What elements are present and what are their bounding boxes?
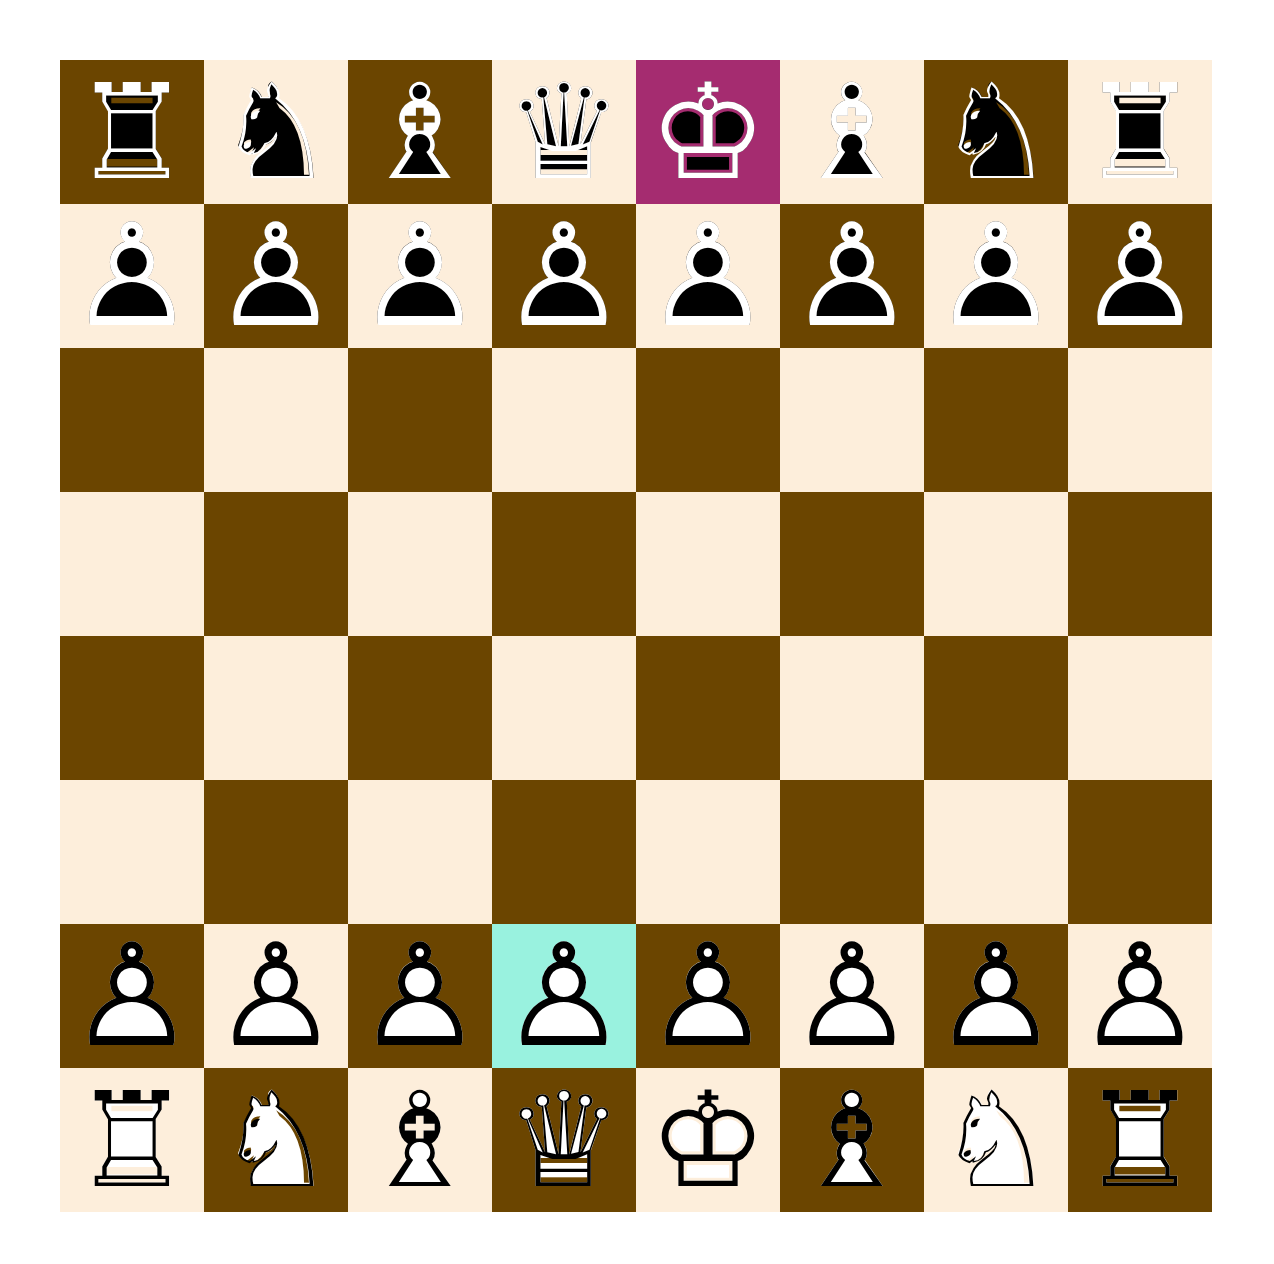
white-pawn-detail-glyph: ♙ <box>204 924 348 1068</box>
black-pawn-detail-glyph: ♙ <box>636 204 780 348</box>
square-b4[interactable] <box>204 636 348 780</box>
square-b7[interactable]: ♟♙ <box>204 204 348 348</box>
white-pawn-piece[interactable]: ♟♙ <box>204 924 348 1068</box>
black-pawn-piece[interactable]: ♟♙ <box>348 204 492 348</box>
square-a2[interactable]: ♟♙ <box>60 924 204 1068</box>
black-bishop-detail-glyph: ♗ <box>348 60 492 204</box>
black-pawn-piece[interactable]: ♟♙ <box>204 204 348 348</box>
square-e2[interactable]: ♟♙ <box>636 924 780 1068</box>
square-c8[interactable]: ♝♗ <box>348 60 492 204</box>
square-d3[interactable] <box>492 780 636 924</box>
square-h1[interactable]: ♜♖ <box>1068 1068 1212 1212</box>
black-pawn-detail-glyph: ♙ <box>348 204 492 348</box>
white-knight-detail-glyph: ♘ <box>204 1068 348 1212</box>
white-pawn-piece[interactable]: ♟♙ <box>60 924 204 1068</box>
white-pawn-fill-glyph: ♟ <box>60 924 204 1068</box>
white-bishop-detail-glyph: ♗ <box>780 1068 924 1212</box>
square-b6[interactable] <box>204 348 348 492</box>
square-a1[interactable]: ♜♖ <box>60 1068 204 1212</box>
white-pawn-detail-glyph: ♙ <box>1068 924 1212 1068</box>
white-pawn-fill-glyph: ♟ <box>636 924 780 1068</box>
black-king-piece[interactable]: ♚♔ <box>636 60 780 204</box>
white-knight-fill-glyph: ♞ <box>204 1068 348 1212</box>
white-bishop-piece[interactable]: ♝♗ <box>780 1068 924 1212</box>
white-pawn-detail-glyph: ♙ <box>492 924 636 1068</box>
square-f3[interactable] <box>780 780 924 924</box>
black-king-detail-glyph: ♔ <box>636 60 780 204</box>
black-knight-piece[interactable]: ♞♘ <box>924 60 1068 204</box>
white-pawn-detail-glyph: ♙ <box>780 924 924 1068</box>
square-d7[interactable]: ♟♙ <box>492 204 636 348</box>
square-b3[interactable] <box>204 780 348 924</box>
square-c2[interactable]: ♟♙ <box>348 924 492 1068</box>
white-pawn-detail-glyph: ♙ <box>924 924 1068 1068</box>
square-h6[interactable] <box>1068 348 1212 492</box>
white-rook-fill-glyph: ♜ <box>1068 1068 1212 1212</box>
black-pawn-piece[interactable]: ♟♙ <box>60 204 204 348</box>
black-pawn-detail-glyph: ♙ <box>924 204 1068 348</box>
square-a4[interactable] <box>60 636 204 780</box>
black-rook-detail-glyph: ♖ <box>60 60 204 204</box>
white-rook-fill-glyph: ♜ <box>60 1068 204 1212</box>
white-rook-detail-glyph: ♖ <box>60 1068 204 1212</box>
black-pawn-fill-glyph: ♟ <box>204 204 348 348</box>
chess-board-page: ♜♖♞♘♝♗♛♕♚♔♝♗♞♘♜♖♟♙♟♙♟♙♟♙♟♙♟♙♟♙♟♙♟♙♟♙♟♙♟♙… <box>0 0 1274 1264</box>
white-queen-detail-glyph: ♕ <box>492 1068 636 1212</box>
white-bishop-fill-glyph: ♝ <box>348 1068 492 1212</box>
black-knight-detail-glyph: ♘ <box>204 60 348 204</box>
square-g1[interactable]: ♞♘ <box>924 1068 1068 1212</box>
square-f2[interactable]: ♟♙ <box>780 924 924 1068</box>
black-pawn-fill-glyph: ♟ <box>1068 204 1212 348</box>
white-pawn-piece[interactable]: ♟♙ <box>924 924 1068 1068</box>
black-pawn-fill-glyph: ♟ <box>780 204 924 348</box>
square-e7[interactable]: ♟♙ <box>636 204 780 348</box>
square-c4[interactable] <box>348 636 492 780</box>
black-pawn-detail-glyph: ♙ <box>492 204 636 348</box>
square-h4[interactable] <box>1068 636 1212 780</box>
black-queen-piece[interactable]: ♛♕ <box>492 60 636 204</box>
white-rook-detail-glyph: ♖ <box>1068 1068 1212 1212</box>
black-king-fill-glyph: ♚ <box>636 60 780 204</box>
black-pawn-piece[interactable]: ♟♙ <box>780 204 924 348</box>
white-pawn-detail-glyph: ♙ <box>636 924 780 1068</box>
black-pawn-fill-glyph: ♟ <box>60 204 204 348</box>
black-pawn-piece[interactable]: ♟♙ <box>1068 204 1212 348</box>
black-pawn-piece[interactable]: ♟♙ <box>492 204 636 348</box>
white-queen-piece[interactable]: ♛♕ <box>492 1068 636 1212</box>
square-f7[interactable]: ♟♙ <box>780 204 924 348</box>
black-queen-detail-glyph: ♕ <box>492 60 636 204</box>
square-c1[interactable]: ♝♗ <box>348 1068 492 1212</box>
square-e3[interactable] <box>636 780 780 924</box>
black-pawn-piece[interactable]: ♟♙ <box>924 204 1068 348</box>
black-rook-fill-glyph: ♜ <box>1068 60 1212 204</box>
black-rook-detail-glyph: ♖ <box>1068 60 1212 204</box>
square-d8[interactable]: ♛♕ <box>492 60 636 204</box>
square-g2[interactable]: ♟♙ <box>924 924 1068 1068</box>
black-knight-fill-glyph: ♞ <box>204 60 348 204</box>
black-pawn-detail-glyph: ♙ <box>780 204 924 348</box>
white-king-fill-glyph: ♚ <box>636 1068 780 1212</box>
square-g7[interactable]: ♟♙ <box>924 204 1068 348</box>
square-f1[interactable]: ♝♗ <box>780 1068 924 1212</box>
square-b8[interactable]: ♞♘ <box>204 60 348 204</box>
black-rook-fill-glyph: ♜ <box>60 60 204 204</box>
square-c5[interactable] <box>348 492 492 636</box>
square-a7[interactable]: ♟♙ <box>60 204 204 348</box>
black-rook-piece[interactable]: ♜♖ <box>1068 60 1212 204</box>
square-h5[interactable] <box>1068 492 1212 636</box>
square-g6[interactable] <box>924 348 1068 492</box>
white-pawn-piece[interactable]: ♟♙ <box>636 924 780 1068</box>
square-b5[interactable] <box>204 492 348 636</box>
square-h8[interactable]: ♜♖ <box>1068 60 1212 204</box>
white-knight-piece[interactable]: ♞♘ <box>204 1068 348 1212</box>
black-pawn-fill-glyph: ♟ <box>492 204 636 348</box>
square-g8[interactable]: ♞♘ <box>924 60 1068 204</box>
white-pawn-fill-glyph: ♟ <box>492 924 636 1068</box>
square-f5[interactable] <box>780 492 924 636</box>
white-pawn-detail-glyph: ♙ <box>348 924 492 1068</box>
square-c6[interactable] <box>348 348 492 492</box>
white-pawn-detail-glyph: ♙ <box>60 924 204 1068</box>
square-c7[interactable]: ♟♙ <box>348 204 492 348</box>
square-e6[interactable] <box>636 348 780 492</box>
black-bishop-fill-glyph: ♝ <box>780 60 924 204</box>
black-pawn-detail-glyph: ♙ <box>60 204 204 348</box>
black-queen-fill-glyph: ♛ <box>492 60 636 204</box>
square-g4[interactable] <box>924 636 1068 780</box>
square-h3[interactable] <box>1068 780 1212 924</box>
black-pawn-fill-glyph: ♟ <box>636 204 780 348</box>
black-bishop-piece[interactable]: ♝♗ <box>348 60 492 204</box>
white-bishop-detail-glyph: ♗ <box>348 1068 492 1212</box>
square-b1[interactable]: ♞♘ <box>204 1068 348 1212</box>
white-pawn-fill-glyph: ♟ <box>204 924 348 1068</box>
square-f4[interactable] <box>780 636 924 780</box>
black-pawn-detail-glyph: ♙ <box>1068 204 1212 348</box>
white-king-piece[interactable]: ♚♔ <box>636 1068 780 1212</box>
square-e1[interactable]: ♚♔ <box>636 1068 780 1212</box>
square-g5[interactable] <box>924 492 1068 636</box>
square-a6[interactable] <box>60 348 204 492</box>
square-e5[interactable] <box>636 492 780 636</box>
square-a8[interactable]: ♜♖ <box>60 60 204 204</box>
white-pawn-fill-glyph: ♟ <box>1068 924 1212 1068</box>
square-d2-cyan-highlight[interactable]: ♟♙ <box>492 924 636 1068</box>
black-pawn-detail-glyph: ♙ <box>204 204 348 348</box>
black-bishop-detail-glyph: ♗ <box>780 60 924 204</box>
square-a3[interactable] <box>60 780 204 924</box>
white-knight-piece[interactable]: ♞♘ <box>924 1068 1068 1212</box>
square-b2[interactable]: ♟♙ <box>204 924 348 1068</box>
square-c3[interactable] <box>348 780 492 924</box>
white-pawn-fill-glyph: ♟ <box>348 924 492 1068</box>
white-rook-piece[interactable]: ♜♖ <box>60 1068 204 1212</box>
square-f6[interactable] <box>780 348 924 492</box>
square-f8[interactable]: ♝♗ <box>780 60 924 204</box>
black-bishop-piece[interactable]: ♝♗ <box>780 60 924 204</box>
white-pawn-piece[interactable]: ♟♙ <box>348 924 492 1068</box>
white-knight-fill-glyph: ♞ <box>924 1068 1068 1212</box>
white-pawn-piece[interactable]: ♟♙ <box>492 924 636 1068</box>
white-pawn-fill-glyph: ♟ <box>780 924 924 1068</box>
black-bishop-fill-glyph: ♝ <box>348 60 492 204</box>
white-rook-piece[interactable]: ♜♖ <box>1068 1068 1212 1212</box>
square-a5[interactable] <box>60 492 204 636</box>
square-d5[interactable] <box>492 492 636 636</box>
black-knight-detail-glyph: ♘ <box>924 60 1068 204</box>
white-pawn-piece[interactable]: ♟♙ <box>1068 924 1212 1068</box>
black-knight-fill-glyph: ♞ <box>924 60 1068 204</box>
square-d6[interactable] <box>492 348 636 492</box>
square-e4[interactable] <box>636 636 780 780</box>
black-knight-piece[interactable]: ♞♘ <box>204 60 348 204</box>
chess-board: ♜♖♞♘♝♗♛♕♚♔♝♗♞♘♜♖♟♙♟♙♟♙♟♙♟♙♟♙♟♙♟♙♟♙♟♙♟♙♟♙… <box>60 60 1212 1212</box>
white-queen-fill-glyph: ♛ <box>492 1068 636 1212</box>
black-pawn-piece[interactable]: ♟♙ <box>636 204 780 348</box>
white-knight-detail-glyph: ♘ <box>924 1068 1068 1212</box>
square-e8-magenta-highlight[interactable]: ♚♔ <box>636 60 780 204</box>
black-pawn-fill-glyph: ♟ <box>348 204 492 348</box>
white-king-detail-glyph: ♔ <box>636 1068 780 1212</box>
white-pawn-fill-glyph: ♟ <box>924 924 1068 1068</box>
white-bishop-piece[interactable]: ♝♗ <box>348 1068 492 1212</box>
square-d4[interactable] <box>492 636 636 780</box>
white-pawn-piece[interactable]: ♟♙ <box>780 924 924 1068</box>
square-h7[interactable]: ♟♙ <box>1068 204 1212 348</box>
white-bishop-fill-glyph: ♝ <box>780 1068 924 1212</box>
square-d1[interactable]: ♛♕ <box>492 1068 636 1212</box>
black-rook-piece[interactable]: ♜♖ <box>60 60 204 204</box>
square-g3[interactable] <box>924 780 1068 924</box>
square-h2[interactable]: ♟♙ <box>1068 924 1212 1068</box>
black-pawn-fill-glyph: ♟ <box>924 204 1068 348</box>
